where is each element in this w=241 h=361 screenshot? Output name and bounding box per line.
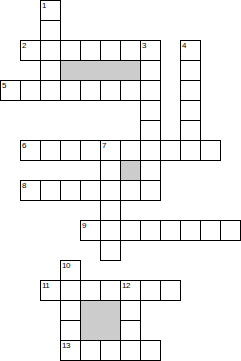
cell-r7c7[interactable]: [140, 140, 161, 161]
cell-r2c9[interactable]: 4: [180, 40, 201, 61]
clue-number-5: 5: [2, 81, 6, 90]
cell-r14c6[interactable]: 12: [120, 280, 141, 301]
clue-number-1: 1: [42, 1, 46, 10]
cell-r7c5[interactable]: 7: [100, 140, 121, 161]
cell-r4c6[interactable]: [120, 80, 141, 101]
cell-r3c2[interactable]: [40, 60, 61, 81]
cell-r7c10[interactable]: [200, 140, 221, 161]
cell-r2c6[interactable]: [120, 40, 141, 61]
cell-r14c7[interactable]: [140, 280, 161, 301]
clue-number-2: 2: [22, 41, 26, 50]
cell-r17c5[interactable]: [100, 340, 121, 361]
clue-number-10: 10: [62, 261, 70, 270]
cell-r11c10[interactable]: [200, 220, 221, 241]
cell-r14c4[interactable]: [80, 280, 101, 301]
cell-r8c5[interactable]: [100, 160, 121, 181]
cell-r14c2[interactable]: 11: [40, 280, 61, 301]
cell-r16c3[interactable]: [60, 320, 81, 341]
cell-r7c6[interactable]: [120, 140, 141, 161]
clue-number-11: 11: [42, 281, 49, 290]
cell-r7c9[interactable]: [180, 140, 201, 161]
crossword-board: 12345678910111213: [0, 0, 241, 361]
cell-r5c7[interactable]: [140, 100, 161, 121]
cell-r2c7[interactable]: 3: [140, 40, 161, 61]
cell-r9c6[interactable]: [120, 180, 141, 201]
cell-r14c3[interactable]: [60, 280, 81, 301]
cell-r11c8[interactable]: [160, 220, 181, 241]
cell-r4c5[interactable]: [100, 80, 121, 101]
clue-number-13: 13: [62, 341, 70, 350]
cell-r11c11[interactable]: [220, 220, 241, 241]
clue-number-6: 6: [22, 141, 26, 150]
cell-r11c5[interactable]: [100, 220, 121, 241]
cell-r16c6[interactable]: [120, 320, 141, 341]
cell-r17c4[interactable]: [80, 340, 101, 361]
clue-number-7: 7: [102, 141, 106, 150]
cell-r15c6[interactable]: [120, 300, 141, 321]
cell-r0c2[interactable]: 1: [40, 0, 61, 21]
cell-r7c2[interactable]: [40, 140, 61, 161]
cell-r17c3[interactable]: 13: [60, 340, 81, 361]
cell-r4c4[interactable]: [80, 80, 101, 101]
cell-r4c7[interactable]: [140, 80, 161, 101]
cell-r9c2[interactable]: [40, 180, 61, 201]
cell-r14c8[interactable]: [160, 280, 181, 301]
cell-r6c9[interactable]: [180, 120, 201, 141]
clue-number-3: 3: [142, 41, 146, 50]
cell-r3c7[interactable]: [140, 60, 161, 81]
cell-r12c5[interactable]: [100, 240, 121, 261]
cell-r10c5[interactable]: [100, 200, 121, 221]
cell-r1c2[interactable]: [40, 20, 61, 41]
cell-r8c7[interactable]: [140, 160, 161, 181]
cell-r2c1[interactable]: 2: [20, 40, 41, 61]
cell-r9c7[interactable]: [140, 180, 161, 201]
cell-r9c1[interactable]: 8: [20, 180, 41, 201]
clue-number-9: 9: [82, 221, 86, 230]
cell-r14c5[interactable]: [100, 280, 121, 301]
gray-block-0: [60, 60, 141, 81]
cell-r7c4[interactable]: [80, 140, 101, 161]
cell-r13c3[interactable]: 10: [60, 260, 81, 281]
cell-r15c3[interactable]: [60, 300, 81, 321]
clue-number-8: 8: [22, 181, 26, 190]
cell-r9c3[interactable]: [60, 180, 81, 201]
gray-block-1: [120, 160, 141, 181]
clue-number-4: 4: [182, 41, 186, 50]
cell-r2c3[interactable]: [60, 40, 81, 61]
gray-block-2: [80, 300, 121, 341]
cell-r11c6[interactable]: [120, 220, 141, 241]
cell-r11c9[interactable]: [180, 220, 201, 241]
cell-r9c4[interactable]: [80, 180, 101, 201]
cell-r7c8[interactable]: [160, 140, 181, 161]
cell-r3c9[interactable]: [180, 60, 201, 81]
crossword-page: 12345678910111213: [0, 0, 241, 361]
cell-r2c2[interactable]: [40, 40, 61, 61]
cell-r4c2[interactable]: [40, 80, 61, 101]
cell-r2c4[interactable]: [80, 40, 101, 61]
cell-r17c6[interactable]: [120, 340, 141, 361]
cell-r4c1[interactable]: [20, 80, 41, 101]
cell-r11c4[interactable]: 9: [80, 220, 101, 241]
cell-r2c5[interactable]: [100, 40, 121, 61]
cell-r6c7[interactable]: [140, 120, 161, 141]
cell-r5c9[interactable]: [180, 100, 201, 121]
cell-r7c3[interactable]: [60, 140, 81, 161]
cell-r4c9[interactable]: [180, 80, 201, 101]
clue-number-12: 12: [122, 281, 130, 290]
cell-r9c5[interactable]: [100, 180, 121, 201]
cell-r11c7[interactable]: [140, 220, 161, 241]
cell-r7c1[interactable]: 6: [20, 140, 41, 161]
cell-r4c0[interactable]: 5: [0, 80, 21, 101]
cell-r4c3[interactable]: [60, 80, 81, 101]
cell-r17c7[interactable]: [140, 340, 161, 361]
